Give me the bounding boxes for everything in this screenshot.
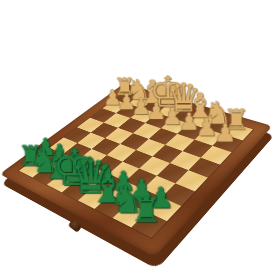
board-frame: ♜♞♝♚♛♝♞♜♟♟♟♟♟♟♟♟♟♟♟♟♟♟♟♟♜♞♝♚♛♝♞♜ <box>0 83 272 257</box>
board-3d-wrapper: ♜♞♝♚♛♝♞♜♟♟♟♟♟♟♟♟♟♟♟♟♟♟♟♟♜♞♝♚♛♝♞♜ <box>0 83 272 257</box>
chess-board: ♜♞♝♚♛♝♞♜♟♟♟♟♟♟♟♟♟♟♟♟♟♟♟♟♜♞♝♚♛♝♞♜ <box>19 91 253 238</box>
piece-green-pawn: ♟ <box>20 135 72 159</box>
square-e3 <box>93 155 123 174</box>
square-a4 <box>175 170 207 191</box>
piece-boxwood-bishop: ♝ <box>175 89 226 123</box>
chess-set-photo: Golden sheesham and boxwood folding ches… <box>0 0 280 280</box>
piece-boxwood-pawn: ♟ <box>180 115 233 139</box>
